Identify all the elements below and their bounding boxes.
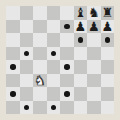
square-g8[interactable]: ♞	[87, 6, 101, 20]
square-e2[interactable]	[60, 87, 74, 101]
square-f8[interactable]: ♝	[74, 6, 88, 20]
square-c3[interactable]: ♞	[33, 74, 47, 88]
square-f7[interactable]: ♟	[74, 20, 88, 34]
square-c6[interactable]	[33, 33, 47, 47]
square-c7[interactable]	[33, 20, 47, 34]
square-f5[interactable]	[74, 47, 88, 61]
square-e3[interactable]	[60, 74, 74, 88]
square-b4[interactable]	[20, 60, 34, 74]
square-a7[interactable]	[6, 20, 20, 34]
move-marker[interactable]	[78, 37, 84, 43]
square-g7[interactable]: ♟	[87, 20, 101, 34]
square-d3[interactable]	[47, 74, 61, 88]
square-h8[interactable]: ♜	[101, 6, 115, 20]
square-b3[interactable]	[20, 74, 34, 88]
square-a4[interactable]	[6, 60, 20, 74]
square-g5[interactable]	[87, 47, 101, 61]
square-f4[interactable]	[74, 60, 88, 74]
square-h1[interactable]	[101, 101, 115, 115]
move-marker[interactable]	[10, 64, 16, 70]
move-marker[interactable]	[105, 37, 111, 43]
square-c5[interactable]	[33, 47, 47, 61]
black-pawn[interactable]: ♟	[101, 20, 113, 34]
move-marker[interactable]	[24, 105, 30, 111]
square-b6[interactable]	[20, 33, 34, 47]
black-pawn[interactable]: ♟	[74, 20, 86, 34]
white-knight[interactable]: ♞	[34, 74, 46, 88]
square-b2[interactable]	[20, 87, 34, 101]
square-d4[interactable]	[47, 60, 61, 74]
square-b1[interactable]	[20, 101, 34, 115]
square-a3[interactable]	[6, 74, 20, 88]
square-e8[interactable]	[60, 6, 74, 20]
black-bishop[interactable]: ♝	[74, 6, 86, 20]
square-a8[interactable]	[6, 6, 20, 20]
square-d7[interactable]	[47, 20, 61, 34]
chess-board: ♝♞♜♟♟♟♞	[6, 6, 114, 114]
square-e7[interactable]	[60, 20, 74, 34]
square-h7[interactable]: ♟	[101, 20, 115, 34]
square-e5[interactable]	[60, 47, 74, 61]
square-b8[interactable]	[20, 6, 34, 20]
square-e1[interactable]	[60, 101, 74, 115]
move-marker[interactable]	[51, 51, 57, 57]
square-c4[interactable]	[33, 60, 47, 74]
move-marker[interactable]	[64, 24, 70, 30]
square-d6[interactable]	[47, 33, 61, 47]
square-c8[interactable]	[33, 6, 47, 20]
move-marker[interactable]	[64, 91, 70, 97]
square-g4[interactable]	[87, 60, 101, 74]
square-h3[interactable]	[101, 74, 115, 88]
square-d2[interactable]	[47, 87, 61, 101]
board-frame: ♝♞♜♟♟♟♞	[0, 0, 120, 120]
square-h6[interactable]	[101, 33, 115, 47]
square-d1[interactable]	[47, 101, 61, 115]
square-f2[interactable]	[74, 87, 88, 101]
move-marker[interactable]	[10, 91, 16, 97]
black-pawn[interactable]: ♟	[88, 20, 100, 34]
square-a1[interactable]	[6, 101, 20, 115]
black-rook[interactable]: ♜	[101, 6, 113, 20]
black-knight[interactable]: ♞	[88, 6, 100, 20]
square-a5[interactable]	[6, 47, 20, 61]
square-g1[interactable]	[87, 101, 101, 115]
square-b7[interactable]	[20, 20, 34, 34]
square-a2[interactable]	[6, 87, 20, 101]
square-a6[interactable]	[6, 33, 20, 47]
square-g6[interactable]	[87, 33, 101, 47]
square-h5[interactable]	[101, 47, 115, 61]
square-h2[interactable]	[101, 87, 115, 101]
square-g3[interactable]	[87, 74, 101, 88]
square-g2[interactable]	[87, 87, 101, 101]
move-marker[interactable]	[64, 64, 70, 70]
square-d5[interactable]	[47, 47, 61, 61]
square-e4[interactable]	[60, 60, 74, 74]
square-f3[interactable]	[74, 74, 88, 88]
square-f6[interactable]	[74, 33, 88, 47]
move-marker[interactable]	[51, 105, 57, 111]
square-c2[interactable]	[33, 87, 47, 101]
square-b5[interactable]	[20, 47, 34, 61]
square-e6[interactable]	[60, 33, 74, 47]
square-d8[interactable]	[47, 6, 61, 20]
move-marker[interactable]	[24, 51, 30, 57]
square-h4[interactable]	[101, 60, 115, 74]
square-c1[interactable]	[33, 101, 47, 115]
square-f1[interactable]	[74, 101, 88, 115]
